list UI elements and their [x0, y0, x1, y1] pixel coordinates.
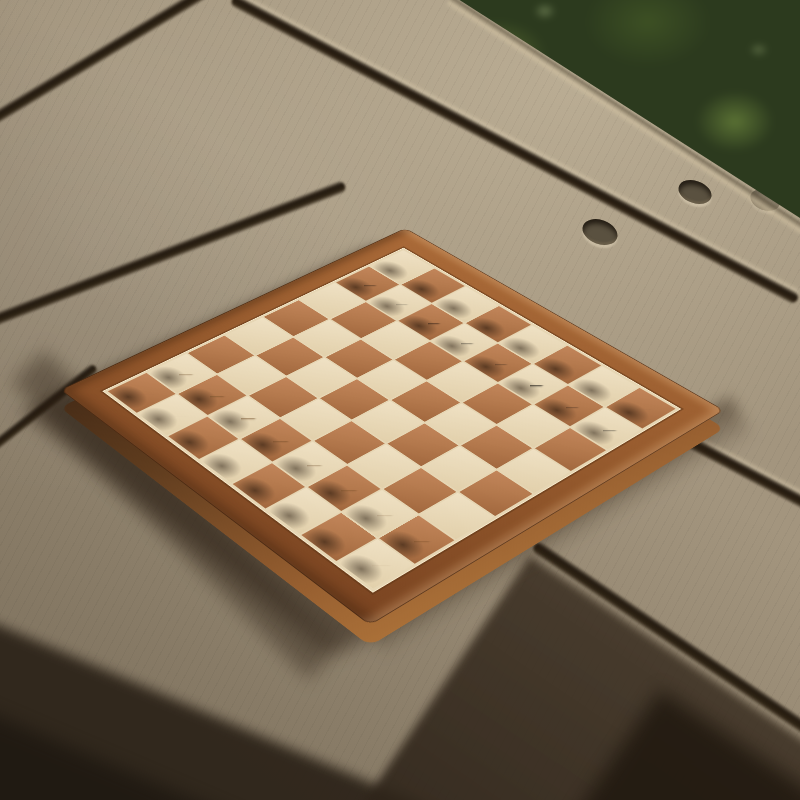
piece-white-rook[interactable]: ♜: [305, 512, 439, 572]
piece-black-pawn[interactable]: ♟: [542, 391, 664, 436]
outdoor-chess-scene: ♜♞♝♛♚♝♞♜♟♟♟♟♟♟♟♟♟♟♟♟♟♟♟♟♜♞♝♛♚♝♞♜: [0, 0, 800, 800]
square-h1[interactable]: ♜: [337, 539, 413, 589]
square-e5[interactable]: [391, 381, 460, 421]
square-h7[interactable]: ♟: [571, 407, 641, 449]
